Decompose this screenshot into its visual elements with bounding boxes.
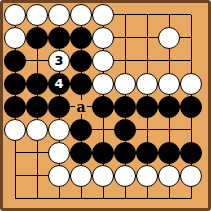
board-point[interactable]: [92, 72, 114, 95]
white-stone: [48, 119, 70, 141]
white-stone: [70, 165, 92, 187]
board-point[interactable]: [136, 164, 158, 187]
board-point[interactable]: [48, 164, 70, 187]
board-point[interactable]: [180, 187, 202, 210]
white-stone: [92, 4, 114, 26]
white-stone: [4, 27, 26, 49]
board-point[interactable]: [26, 72, 48, 95]
black-stone: [136, 142, 158, 164]
board-point[interactable]: [70, 49, 92, 72]
white-stone: [92, 50, 114, 72]
black-stone: [4, 96, 26, 118]
board-point[interactable]: [4, 187, 26, 210]
board-point[interactable]: [92, 118, 114, 141]
board-point[interactable]: [26, 3, 48, 26]
board-point[interactable]: [180, 3, 202, 26]
black-stone: [92, 142, 114, 164]
board-point[interactable]: [26, 95, 48, 118]
board-point[interactable]: [48, 141, 70, 164]
board-point[interactable]: [70, 164, 92, 187]
board-point[interactable]: [70, 3, 92, 26]
board-point[interactable]: [4, 141, 26, 164]
board-point[interactable]: [70, 72, 92, 95]
board-point[interactable]: [136, 95, 158, 118]
point-label-a: a: [75, 100, 86, 114]
black-stone: [4, 50, 26, 72]
black-stone: [114, 119, 136, 141]
black-stone: [70, 119, 92, 141]
white-stone: [26, 4, 48, 26]
board-point[interactable]: [114, 49, 136, 72]
board-point[interactable]: [158, 26, 180, 49]
board-point[interactable]: [180, 118, 202, 141]
white-stone: [180, 73, 202, 95]
black-stone: [70, 27, 92, 49]
board-point[interactable]: [180, 141, 202, 164]
board-point[interactable]: [114, 141, 136, 164]
board-point[interactable]: [26, 141, 48, 164]
board-point[interactable]: [70, 26, 92, 49]
board-point[interactable]: [180, 26, 202, 49]
black-stone: [48, 96, 70, 118]
white-stone: [26, 119, 48, 141]
black-stone: [70, 142, 92, 164]
board-point[interactable]: [26, 164, 48, 187]
board-point[interactable]: [48, 95, 70, 118]
board-point[interactable]: [26, 187, 48, 210]
white-stone: [114, 73, 136, 95]
board-point[interactable]: [158, 164, 180, 187]
white-stone: [180, 165, 202, 187]
board-point[interactable]: [180, 49, 202, 72]
black-stone: [114, 142, 136, 164]
white-stone: [136, 73, 158, 95]
white-stone: [4, 4, 26, 26]
go-grid: 34a: [4, 3, 202, 210]
go-diagram: 34a: [0, 0, 211, 211]
board-point[interactable]: [136, 3, 158, 26]
board-point[interactable]: [92, 164, 114, 187]
board-point[interactable]: [4, 118, 26, 141]
board-point[interactable]: [180, 72, 202, 95]
black-stone: [92, 96, 114, 118]
black-stone: [26, 27, 48, 49]
board-point[interactable]: [114, 3, 136, 26]
black-stone: [158, 142, 180, 164]
board-point[interactable]: [70, 118, 92, 141]
board-point[interactable]: [114, 72, 136, 95]
white-stone: [136, 165, 158, 187]
black-stone: [26, 73, 48, 95]
board-point[interactable]: [180, 164, 202, 187]
board-point[interactable]: [114, 164, 136, 187]
board-point[interactable]: [70, 141, 92, 164]
board-point[interactable]: [26, 26, 48, 49]
board-point[interactable]: a: [70, 95, 92, 118]
white-stone: [114, 165, 136, 187]
white-stone: [48, 165, 70, 187]
white-stone: [158, 73, 180, 95]
board-point[interactable]: [92, 3, 114, 26]
board-point[interactable]: 3: [48, 49, 70, 72]
board-point[interactable]: [48, 3, 70, 26]
board-point[interactable]: [70, 187, 92, 210]
white-stone: [92, 27, 114, 49]
go-board: 34a: [0, 0, 211, 211]
white-stone: [48, 142, 70, 164]
board-point[interactable]: [4, 26, 26, 49]
black-stone: [70, 73, 92, 95]
board-point[interactable]: [114, 26, 136, 49]
board-point[interactable]: [92, 26, 114, 49]
black-stone: [114, 96, 136, 118]
black-stone-move-4: 4: [48, 73, 70, 95]
white-stone: [70, 4, 92, 26]
board-point[interactable]: [158, 3, 180, 26]
white-stone: [48, 4, 70, 26]
board-point[interactable]: [114, 118, 136, 141]
white-stone-move-3: 3: [48, 50, 70, 72]
black-stone: [180, 142, 202, 164]
board-point[interactable]: [26, 118, 48, 141]
board-point[interactable]: [4, 3, 26, 26]
black-stone: [158, 96, 180, 118]
board-point[interactable]: [136, 49, 158, 72]
board-point[interactable]: [92, 187, 114, 210]
black-stone: [136, 96, 158, 118]
board-point[interactable]: [136, 118, 158, 141]
board-point[interactable]: [136, 72, 158, 95]
black-stone: [4, 73, 26, 95]
board-point[interactable]: [48, 26, 70, 49]
black-stone: [48, 27, 70, 49]
board-point[interactable]: [158, 141, 180, 164]
board-point[interactable]: [92, 141, 114, 164]
white-stone: [92, 73, 114, 95]
board-point[interactable]: 4: [48, 72, 70, 95]
white-stone: [92, 165, 114, 187]
board-point[interactable]: [4, 72, 26, 95]
board-point[interactable]: [136, 187, 158, 210]
board-point[interactable]: [114, 187, 136, 210]
board-point[interactable]: [48, 118, 70, 141]
board-point[interactable]: [92, 95, 114, 118]
board-point[interactable]: [92, 49, 114, 72]
board-point[interactable]: [158, 95, 180, 118]
black-stone: [26, 96, 48, 118]
white-stone: [158, 165, 180, 187]
board-point[interactable]: [4, 164, 26, 187]
black-stone: [70, 50, 92, 72]
white-stone: [158, 27, 180, 49]
board-point[interactable]: [48, 187, 70, 210]
white-stone: [4, 119, 26, 141]
board-point[interactable]: [158, 49, 180, 72]
board-point[interactable]: [158, 187, 180, 210]
board-point[interactable]: [158, 72, 180, 95]
board-point[interactable]: [158, 118, 180, 141]
board-point[interactable]: [114, 95, 136, 118]
board-point[interactable]: [136, 26, 158, 49]
board-point[interactable]: [4, 95, 26, 118]
board-point[interactable]: [136, 141, 158, 164]
board-point[interactable]: [26, 49, 48, 72]
black-stone: [180, 96, 202, 118]
board-point[interactable]: [4, 49, 26, 72]
board-point[interactable]: [180, 95, 202, 118]
